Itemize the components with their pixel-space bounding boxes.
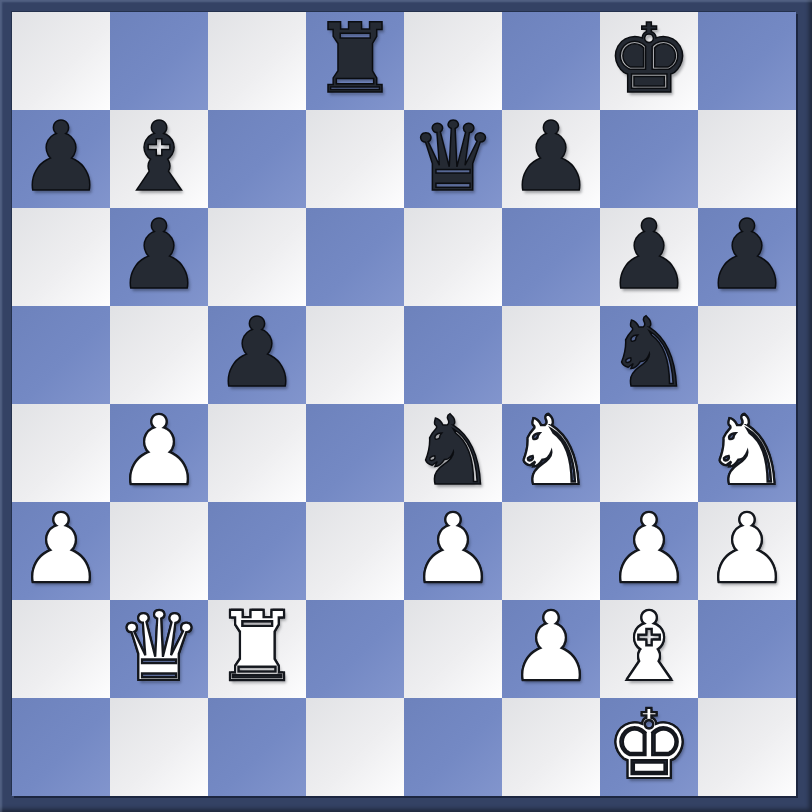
piece-black-bishop: ♝ xyxy=(116,108,202,206)
square-f3[interactable] xyxy=(502,502,600,600)
square-c5[interactable]: ♟ xyxy=(208,306,306,404)
piece-white-knight: ♞ xyxy=(508,402,594,500)
square-d2[interactable] xyxy=(306,600,404,698)
square-e7[interactable]: ♛ xyxy=(404,110,502,208)
square-h6[interactable]: ♟ xyxy=(698,208,796,306)
piece-white-pawn: ♟ xyxy=(18,500,104,598)
square-h3[interactable]: ♟ xyxy=(698,502,796,600)
piece-white-pawn: ♟ xyxy=(116,402,202,500)
piece-white-pawn: ♟ xyxy=(606,500,692,598)
piece-black-pawn: ♟ xyxy=(18,108,104,206)
square-a7[interactable]: ♟ xyxy=(12,110,110,208)
square-b1[interactable] xyxy=(110,698,208,796)
square-f7[interactable]: ♟ xyxy=(502,110,600,208)
piece-black-knight: ♞ xyxy=(606,304,692,402)
square-c6[interactable] xyxy=(208,208,306,306)
square-a8[interactable] xyxy=(12,12,110,110)
square-d5[interactable] xyxy=(306,306,404,404)
square-d4[interactable] xyxy=(306,404,404,502)
square-a4[interactable] xyxy=(12,404,110,502)
square-f8[interactable] xyxy=(502,12,600,110)
square-h5[interactable] xyxy=(698,306,796,404)
square-g5[interactable]: ♞ xyxy=(600,306,698,404)
square-d6[interactable] xyxy=(306,208,404,306)
piece-black-pawn: ♟ xyxy=(214,304,300,402)
square-b8[interactable] xyxy=(110,12,208,110)
square-a6[interactable] xyxy=(12,208,110,306)
square-f4[interactable]: ♞ xyxy=(502,404,600,502)
piece-white-bishop: ♝ xyxy=(606,598,692,696)
chess-board: ♜♚♟♝♛♟♟♟♟♟♞♟♞♞♞♟♟♟♟♛♜♟♝♚ xyxy=(12,12,796,796)
square-a3[interactable]: ♟ xyxy=(12,502,110,600)
piece-black-pawn: ♟ xyxy=(116,206,202,304)
square-f6[interactable] xyxy=(502,208,600,306)
square-b4[interactable]: ♟ xyxy=(110,404,208,502)
square-a2[interactable] xyxy=(12,600,110,698)
square-h4[interactable]: ♞ xyxy=(698,404,796,502)
square-b5[interactable] xyxy=(110,306,208,404)
piece-black-pawn: ♟ xyxy=(704,206,790,304)
piece-white-king: ♚ xyxy=(606,696,692,794)
piece-black-queen: ♛ xyxy=(410,108,496,206)
square-g6[interactable]: ♟ xyxy=(600,208,698,306)
square-h2[interactable] xyxy=(698,600,796,698)
piece-white-pawn: ♟ xyxy=(704,500,790,598)
square-f2[interactable]: ♟ xyxy=(502,600,600,698)
square-g3[interactable]: ♟ xyxy=(600,502,698,600)
square-d7[interactable] xyxy=(306,110,404,208)
piece-black-rook: ♜ xyxy=(312,10,398,108)
square-d3[interactable] xyxy=(306,502,404,600)
piece-black-pawn: ♟ xyxy=(508,108,594,206)
square-h7[interactable] xyxy=(698,110,796,208)
piece-white-knight: ♞ xyxy=(704,402,790,500)
square-h1[interactable] xyxy=(698,698,796,796)
square-g4[interactable] xyxy=(600,404,698,502)
square-e3[interactable]: ♟ xyxy=(404,502,502,600)
piece-white-pawn: ♟ xyxy=(508,598,594,696)
square-g1[interactable]: ♚ xyxy=(600,698,698,796)
square-b6[interactable]: ♟ xyxy=(110,208,208,306)
board-frame: ♜♚♟♝♛♟♟♟♟♟♞♟♞♞♞♟♟♟♟♛♜♟♝♚ xyxy=(0,0,812,812)
square-f1[interactable] xyxy=(502,698,600,796)
square-e5[interactable] xyxy=(404,306,502,404)
square-f5[interactable] xyxy=(502,306,600,404)
square-b2[interactable]: ♛ xyxy=(110,600,208,698)
square-b3[interactable] xyxy=(110,502,208,600)
square-h8[interactable] xyxy=(698,12,796,110)
square-c2[interactable]: ♜ xyxy=(208,600,306,698)
square-g2[interactable]: ♝ xyxy=(600,600,698,698)
square-e6[interactable] xyxy=(404,208,502,306)
piece-black-king: ♚ xyxy=(606,10,692,108)
square-d1[interactable] xyxy=(306,698,404,796)
square-c1[interactable] xyxy=(208,698,306,796)
square-a1[interactable] xyxy=(12,698,110,796)
piece-white-pawn: ♟ xyxy=(410,500,496,598)
square-c4[interactable] xyxy=(208,404,306,502)
piece-white-queen: ♛ xyxy=(116,598,202,696)
square-e8[interactable] xyxy=(404,12,502,110)
piece-black-pawn: ♟ xyxy=(606,206,692,304)
square-e2[interactable] xyxy=(404,600,502,698)
square-b7[interactable]: ♝ xyxy=(110,110,208,208)
square-e4[interactable]: ♞ xyxy=(404,404,502,502)
square-g8[interactable]: ♚ xyxy=(600,12,698,110)
square-a5[interactable] xyxy=(12,306,110,404)
piece-black-knight: ♞ xyxy=(410,402,496,500)
square-e1[interactable] xyxy=(404,698,502,796)
square-c7[interactable] xyxy=(208,110,306,208)
piece-white-rook: ♜ xyxy=(214,598,300,696)
square-d8[interactable]: ♜ xyxy=(306,12,404,110)
square-g7[interactable] xyxy=(600,110,698,208)
square-c8[interactable] xyxy=(208,12,306,110)
square-c3[interactable] xyxy=(208,502,306,600)
